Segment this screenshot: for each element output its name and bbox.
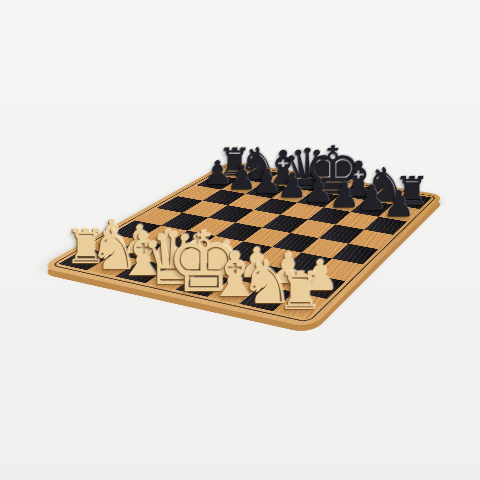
piece-white-rook[interactable]: ♜ [277, 266, 324, 318]
piece-black-pawn[interactable]: ♟ [383, 186, 415, 221]
pieces-layer: ♜♞♝♛♚♝♞♜♟♟♟♟♟♟♟♟♟♟♟♟♟♟♟♟♜♞♝♛♚♝♞♜ [0, 0, 480, 480]
product-photo-stage: ♜♞♝♛♚♝♞♜♟♟♟♟♟♟♟♟♟♟♟♟♟♟♟♟♜♞♝♛♚♝♞♜ [0, 0, 480, 480]
